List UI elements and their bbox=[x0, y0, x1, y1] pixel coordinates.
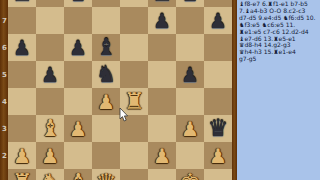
black-pawn[interactable]: ♟ bbox=[36, 61, 64, 88]
board-square[interactable] bbox=[148, 88, 176, 115]
white-pawn[interactable]: ♟ bbox=[92, 88, 120, 115]
board-square[interactable] bbox=[204, 0, 232, 7]
black-knight[interactable]: ♞ bbox=[92, 61, 120, 88]
board-square[interactable] bbox=[148, 115, 176, 142]
board-square[interactable] bbox=[148, 169, 176, 180]
board-square[interactable] bbox=[204, 61, 232, 88]
board-square[interactable] bbox=[176, 88, 204, 115]
board-square[interactable] bbox=[176, 34, 204, 61]
move-list-line[interactable]: ♛d8-h4 14.g2-g3 bbox=[239, 42, 320, 49]
black-pawn[interactable]: ♟ bbox=[148, 7, 176, 34]
mouse-cursor-icon bbox=[119, 108, 129, 122]
board-square[interactable] bbox=[204, 34, 232, 61]
board-square[interactable] bbox=[8, 88, 36, 115]
black-pawn[interactable]: ♟ bbox=[204, 7, 232, 34]
move-list-line[interactable]: ♞f3:e5 ♞c6:e5 11. bbox=[239, 22, 320, 29]
board-square[interactable] bbox=[92, 0, 120, 7]
black-rook[interactable]: ♜ bbox=[8, 0, 36, 7]
board-square[interactable] bbox=[8, 7, 36, 34]
white-knight[interactable]: ♞ bbox=[36, 169, 64, 180]
move-list-panel[interactable]: ♝f8-e7 6.♜f1-e1 b7-b57.♝a4-b3 O-O 8.c2-c… bbox=[237, 0, 320, 180]
board-square[interactable] bbox=[120, 0, 148, 7]
board-square[interactable] bbox=[36, 7, 64, 34]
move-list-line[interactable]: d7-d5 9.e4:d5 ♞f6:d5 10. bbox=[239, 15, 320, 22]
board-square[interactable] bbox=[148, 61, 176, 88]
rank-label-6: 6 bbox=[1, 44, 8, 52]
board-square[interactable] bbox=[64, 61, 92, 88]
board-square[interactable] bbox=[120, 142, 148, 169]
board-square[interactable] bbox=[36, 0, 64, 7]
board-square[interactable] bbox=[64, 142, 92, 169]
move-list-line[interactable]: ♝e7-d6 13.♜e5-e1 bbox=[239, 36, 320, 43]
board-square[interactable] bbox=[176, 7, 204, 34]
rank-label-4: 4 bbox=[1, 98, 8, 106]
board-square[interactable] bbox=[148, 34, 176, 61]
rank-label-3: 3 bbox=[1, 125, 8, 133]
board-square[interactable] bbox=[92, 142, 120, 169]
rank-label-5: 5 bbox=[1, 71, 8, 79]
chess-board[interactable]: ♜♝♜♚♟♟♟♟♝♟♞♟♛♟♜♝♟♟♟♟♟♟♜♞♝♛♚ bbox=[8, 0, 232, 180]
black-bishop[interactable]: ♝ bbox=[64, 0, 92, 7]
black-rook[interactable]: ♜ bbox=[148, 0, 176, 7]
board-square[interactable] bbox=[92, 7, 120, 34]
board-square[interactable] bbox=[64, 7, 92, 34]
chess-app-window: ♜♝♜♚♟♟♟♟♝♟♞♟♛♟♜♝♟♟♟♟♟♟♜♞♝♛♚ 765432 ♝f8-e… bbox=[0, 0, 320, 180]
board-square[interactable] bbox=[120, 169, 148, 180]
board-square[interactable] bbox=[8, 61, 36, 88]
board-square[interactable] bbox=[176, 142, 204, 169]
board-square[interactable] bbox=[204, 169, 232, 180]
move-list-line[interactable]: ♜e1:e5 c7-c6 12.d2-d4 bbox=[239, 29, 320, 36]
board-square[interactable] bbox=[92, 115, 120, 142]
board-square[interactable] bbox=[120, 61, 148, 88]
white-queen[interactable]: ♛ bbox=[92, 169, 120, 180]
white-king[interactable]: ♚ bbox=[176, 169, 204, 180]
board-square[interactable] bbox=[36, 88, 64, 115]
move-list-line[interactable]: ♝f8-e7 6.♜f1-e1 b7-b5 bbox=[239, 1, 320, 8]
black-pawn[interactable]: ♟ bbox=[176, 61, 204, 88]
board-square[interactable] bbox=[204, 88, 232, 115]
black-pawn[interactable]: ♟ bbox=[8, 34, 36, 61]
black-king[interactable]: ♚ bbox=[176, 0, 204, 7]
white-pawn[interactable]: ♟ bbox=[204, 142, 232, 169]
white-pawn[interactable]: ♟ bbox=[148, 142, 176, 169]
board-square[interactable] bbox=[120, 7, 148, 34]
move-list-line[interactable]: g7-g5 bbox=[239, 56, 320, 63]
board-square[interactable] bbox=[36, 34, 64, 61]
board-square[interactable] bbox=[120, 34, 148, 61]
rank-label-7: 7 bbox=[1, 17, 8, 25]
rank-label-2: 2 bbox=[1, 152, 8, 160]
white-pawn[interactable]: ♟ bbox=[36, 142, 64, 169]
black-bishop[interactable]: ♝ bbox=[92, 34, 120, 61]
board-square[interactable] bbox=[8, 115, 36, 142]
white-pawn[interactable]: ♟ bbox=[8, 142, 36, 169]
white-pawn[interactable]: ♟ bbox=[64, 115, 92, 142]
white-bishop[interactable]: ♝ bbox=[64, 169, 92, 180]
white-rook[interactable]: ♜ bbox=[8, 169, 36, 180]
move-list-line[interactable]: ♛h4-h3 15.♜e1-e4 bbox=[239, 49, 320, 56]
white-bishop[interactable]: ♝ bbox=[36, 115, 64, 142]
black-queen[interactable]: ♛ bbox=[204, 115, 232, 142]
move-list-line[interactable]: 7.♝a4-b3 O-O 8.c2-c3 bbox=[239, 8, 320, 15]
board-square[interactable] bbox=[64, 88, 92, 115]
white-pawn[interactable]: ♟ bbox=[176, 115, 204, 142]
black-pawn[interactable]: ♟ bbox=[64, 34, 92, 61]
